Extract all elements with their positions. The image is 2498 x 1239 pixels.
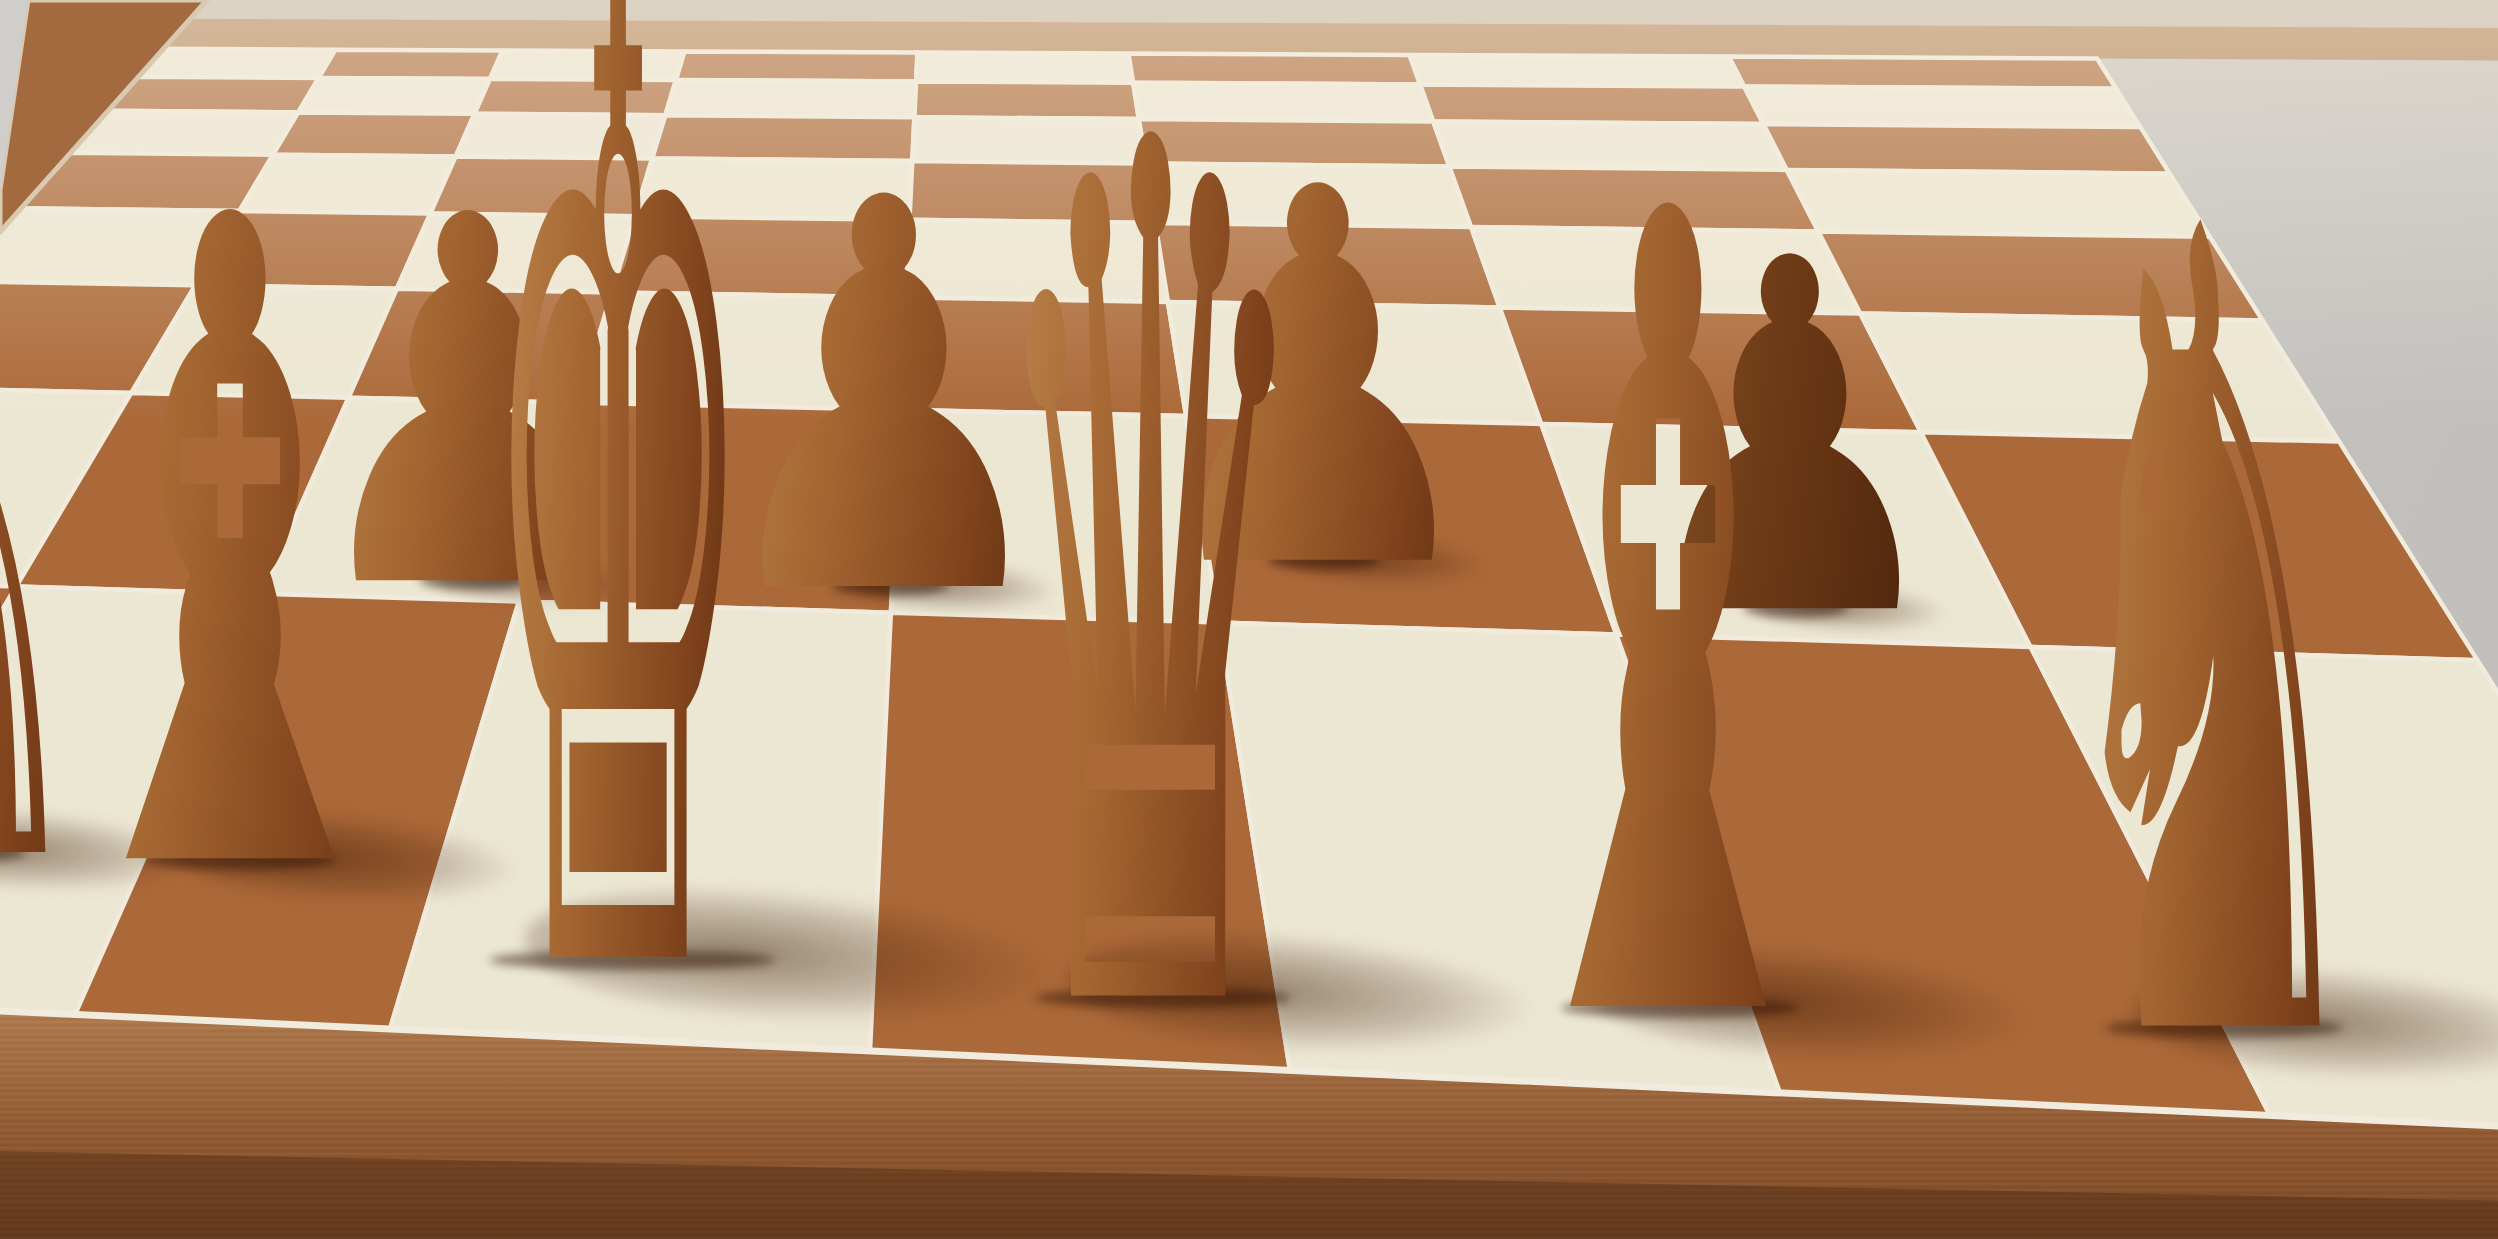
piece-queen-e1[interactable]: ♛ xyxy=(986,0,1315,1177)
chess-photo-scene: ♟♟♟♟♞♝♚♛♝♞ xyxy=(0,0,2498,1239)
piece-bishop-c1[interactable]: ♝ xyxy=(31,106,429,995)
piece-knight-g1[interactable]: ♞ xyxy=(2044,92,2381,1196)
piece-king-d1[interactable]: ♚ xyxy=(481,0,754,1161)
pieces-layer: ♟♟♟♟♞♝♚♛♝♞ xyxy=(0,0,2498,1239)
piece-bishop-f1[interactable]: ♝ xyxy=(1481,75,1856,1175)
